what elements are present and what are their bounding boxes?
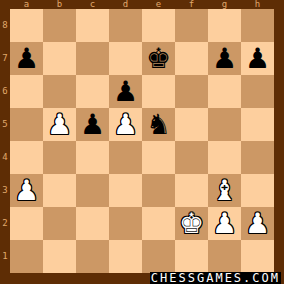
rank-labels: 87654321 bbox=[0, 9, 10, 273]
square-a7[interactable]: ♟ bbox=[10, 42, 43, 75]
square-f6[interactable] bbox=[175, 75, 208, 108]
square-b5[interactable]: ♟ bbox=[43, 108, 76, 141]
square-f8[interactable] bbox=[175, 9, 208, 42]
square-a4[interactable] bbox=[10, 141, 43, 174]
square-h4[interactable] bbox=[241, 141, 274, 174]
square-h6[interactable] bbox=[241, 75, 274, 108]
square-d1[interactable] bbox=[109, 240, 142, 273]
piece-white-pawn-d5: ♟ bbox=[109, 108, 142, 141]
file-label-d: d bbox=[109, 0, 142, 9]
rank-label-8: 8 bbox=[0, 9, 10, 42]
square-b2[interactable] bbox=[43, 207, 76, 240]
square-f3[interactable] bbox=[175, 174, 208, 207]
square-d7[interactable] bbox=[109, 42, 142, 75]
square-d5[interactable]: ♟ bbox=[109, 108, 142, 141]
piece-black-pawn-c5: ♟ bbox=[76, 108, 109, 141]
piece-white-pawn-a3: ♟ bbox=[10, 174, 43, 207]
piece-white-pawn-h2: ♟ bbox=[241, 207, 274, 240]
square-e5[interactable]: ♞ bbox=[142, 108, 175, 141]
square-c3[interactable] bbox=[76, 174, 109, 207]
file-label-a: a bbox=[10, 0, 43, 9]
square-e8[interactable] bbox=[142, 9, 175, 42]
piece-black-pawn-d6: ♟ bbox=[109, 75, 142, 108]
watermark: CHESSGAMES.COM bbox=[150, 272, 281, 284]
file-label-h: h bbox=[241, 0, 274, 9]
rank-label-7: 7 bbox=[0, 42, 10, 75]
square-a2[interactable] bbox=[10, 207, 43, 240]
square-c7[interactable] bbox=[76, 42, 109, 75]
piece-black-pawn-h7: ♟ bbox=[241, 42, 274, 75]
square-d4[interactable] bbox=[109, 141, 142, 174]
rank-label-5: 5 bbox=[0, 108, 10, 141]
square-f2[interactable]: ♚ bbox=[175, 207, 208, 240]
square-e6[interactable] bbox=[142, 75, 175, 108]
square-a5[interactable] bbox=[10, 108, 43, 141]
square-d2[interactable] bbox=[109, 207, 142, 240]
square-f4[interactable] bbox=[175, 141, 208, 174]
square-a8[interactable] bbox=[10, 9, 43, 42]
square-g8[interactable] bbox=[208, 9, 241, 42]
square-a3[interactable]: ♟ bbox=[10, 174, 43, 207]
square-b7[interactable] bbox=[43, 42, 76, 75]
square-e3[interactable] bbox=[142, 174, 175, 207]
rank-label-6: 6 bbox=[0, 75, 10, 108]
square-g3[interactable]: ♝ bbox=[208, 174, 241, 207]
square-g7[interactable]: ♟ bbox=[208, 42, 241, 75]
square-g4[interactable] bbox=[208, 141, 241, 174]
square-e7[interactable]: ♚ bbox=[142, 42, 175, 75]
watermark-text: CHESSGAMES.COM bbox=[151, 271, 280, 284]
square-d3[interactable] bbox=[109, 174, 142, 207]
square-a6[interactable] bbox=[10, 75, 43, 108]
square-f1[interactable] bbox=[175, 240, 208, 273]
square-g5[interactable] bbox=[208, 108, 241, 141]
file-labels: abcdefgh bbox=[10, 0, 274, 9]
square-b6[interactable] bbox=[43, 75, 76, 108]
square-c1[interactable] bbox=[76, 240, 109, 273]
chess-diagram: abcdefgh 87654321 ♟♚♟♟♟♟♟♟♞♟♝♚♟♟ CHESSGA… bbox=[0, 0, 284, 284]
square-h8[interactable] bbox=[241, 9, 274, 42]
piece-white-king-f2: ♚ bbox=[175, 207, 208, 240]
square-d6[interactable]: ♟ bbox=[109, 75, 142, 108]
piece-black-knight-e5: ♞ bbox=[142, 108, 175, 141]
square-f5[interactable] bbox=[175, 108, 208, 141]
square-g1[interactable] bbox=[208, 240, 241, 273]
square-c5[interactable]: ♟ bbox=[76, 108, 109, 141]
square-b3[interactable] bbox=[43, 174, 76, 207]
square-f7[interactable] bbox=[175, 42, 208, 75]
rank-label-4: 4 bbox=[0, 141, 10, 174]
square-d8[interactable] bbox=[109, 9, 142, 42]
square-b1[interactable] bbox=[43, 240, 76, 273]
file-label-b: b bbox=[43, 0, 76, 9]
square-b4[interactable] bbox=[43, 141, 76, 174]
chess-board: ♟♚♟♟♟♟♟♟♞♟♝♚♟♟ bbox=[10, 9, 274, 273]
square-h7[interactable]: ♟ bbox=[241, 42, 274, 75]
square-e2[interactable] bbox=[142, 207, 175, 240]
square-c4[interactable] bbox=[76, 141, 109, 174]
square-e4[interactable] bbox=[142, 141, 175, 174]
square-h1[interactable] bbox=[241, 240, 274, 273]
rank-label-2: 2 bbox=[0, 207, 10, 240]
piece-black-pawn-g7: ♟ bbox=[208, 42, 241, 75]
square-g6[interactable] bbox=[208, 75, 241, 108]
file-label-g: g bbox=[208, 0, 241, 9]
square-b8[interactable] bbox=[43, 9, 76, 42]
square-e1[interactable] bbox=[142, 240, 175, 273]
square-c6[interactable] bbox=[76, 75, 109, 108]
piece-white-pawn-b5: ♟ bbox=[43, 108, 76, 141]
file-label-e: e bbox=[142, 0, 175, 9]
square-h5[interactable] bbox=[241, 108, 274, 141]
file-label-c: c bbox=[76, 0, 109, 9]
square-c2[interactable] bbox=[76, 207, 109, 240]
square-a1[interactable] bbox=[10, 240, 43, 273]
piece-black-pawn-a7: ♟ bbox=[10, 42, 43, 75]
rank-label-1: 1 bbox=[0, 240, 10, 273]
file-label-f: f bbox=[175, 0, 208, 9]
square-g2[interactable]: ♟ bbox=[208, 207, 241, 240]
square-h2[interactable]: ♟ bbox=[241, 207, 274, 240]
square-h3[interactable] bbox=[241, 174, 274, 207]
piece-white-bishop-g3: ♝ bbox=[208, 174, 241, 207]
piece-black-king-e7: ♚ bbox=[142, 42, 175, 75]
square-c8[interactable] bbox=[76, 9, 109, 42]
piece-white-pawn-g2: ♟ bbox=[208, 207, 241, 240]
rank-label-3: 3 bbox=[0, 174, 10, 207]
